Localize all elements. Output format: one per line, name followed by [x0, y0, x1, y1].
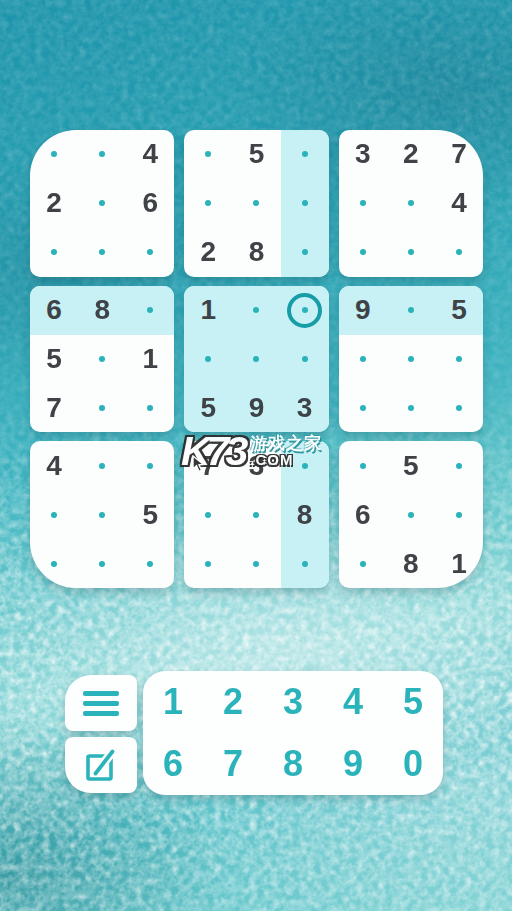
empty-dot — [205, 200, 211, 206]
numpad-key-9[interactable]: 9 — [323, 733, 383, 795]
empty-dot — [360, 200, 366, 206]
empty-dot — [302, 249, 308, 255]
cell-r8c3[interactable]: 5 — [126, 490, 174, 539]
empty-dot — [456, 405, 462, 411]
empty-dot — [408, 356, 414, 362]
given-number: 3 — [355, 140, 371, 168]
empty-dot — [253, 307, 259, 313]
cell-r5c3[interactable]: 1 — [126, 335, 174, 384]
cell-r4c2[interactable]: 8 — [78, 286, 126, 335]
menu-button[interactable] — [65, 675, 137, 731]
empty-dot — [147, 249, 153, 255]
cell-r6c7[interactable] — [339, 383, 387, 432]
box-r2c2: 1593 — [184, 286, 328, 433]
cell-r6c8[interactable] — [387, 383, 435, 432]
cell-r3c2[interactable] — [78, 228, 126, 277]
cell-r8c4[interactable] — [184, 490, 232, 539]
cell-r9c8[interactable]: 8 — [387, 539, 435, 588]
cell-r9c3[interactable] — [126, 539, 174, 588]
numpad-key-2[interactable]: 2 — [203, 671, 263, 733]
empty-dot — [408, 200, 414, 206]
empty-dot — [205, 512, 211, 518]
empty-dot — [302, 561, 308, 567]
given-number: 9 — [355, 296, 371, 324]
empty-dot — [302, 151, 308, 157]
cell-r1c8[interactable]: 2 — [387, 130, 435, 179]
given-number: 7 — [46, 394, 62, 422]
empty-dot — [205, 356, 211, 362]
empty-dot — [205, 151, 211, 157]
given-number: 6 — [142, 189, 158, 217]
empty-dot — [302, 200, 308, 206]
box-r2c3: 95 — [339, 286, 483, 433]
given-number: 6 — [355, 501, 371, 529]
empty-dot — [408, 249, 414, 255]
given-number: 5 — [451, 296, 467, 324]
given-number: 5 — [403, 452, 419, 480]
empty-dot — [99, 512, 105, 518]
cell-r9c9[interactable]: 1 — [435, 539, 483, 588]
numpad-key-1[interactable]: 1 — [143, 671, 203, 733]
empty-dot — [99, 561, 105, 567]
empty-dot — [302, 463, 308, 469]
cell-r1c3[interactable]: 4 — [126, 130, 174, 179]
given-number: 4 — [451, 189, 467, 217]
cell-r7c1[interactable]: 4 — [30, 441, 78, 490]
empty-dot — [51, 561, 57, 567]
numpad-key-8[interactable]: 8 — [263, 733, 323, 795]
cell-r9c6[interactable] — [281, 539, 329, 588]
empty-dot — [205, 561, 211, 567]
cell-r8c9[interactable] — [435, 490, 483, 539]
cell-r9c5[interactable] — [232, 539, 280, 588]
cell-r5c2[interactable] — [78, 335, 126, 384]
box-r3c2: 738 — [184, 441, 328, 588]
cell-r6c1[interactable]: 7 — [30, 383, 78, 432]
given-number: 3 — [249, 452, 265, 480]
given-number: 4 — [142, 140, 158, 168]
given-number: 5 — [249, 140, 265, 168]
empty-dot — [253, 356, 259, 362]
numpad-key-3[interactable]: 3 — [263, 671, 323, 733]
given-number: 8 — [94, 296, 110, 324]
box-r1c1: 426 — [30, 130, 174, 277]
cell-r1c4[interactable] — [184, 130, 232, 179]
given-number: 6 — [46, 296, 62, 324]
sudoku-board: 426528327468517159395457385681 — [30, 130, 483, 588]
given-number: 4 — [46, 452, 62, 480]
empty-dot — [456, 356, 462, 362]
cell-r2c8[interactable] — [387, 179, 435, 228]
cell-r4c1[interactable]: 6 — [30, 286, 78, 335]
cell-r9c2[interactable] — [78, 539, 126, 588]
cell-r1c5[interactable]: 5 — [232, 130, 280, 179]
given-number: 5 — [46, 345, 62, 373]
given-number: 1 — [201, 296, 217, 324]
empty-dot — [253, 512, 259, 518]
empty-dot — [408, 307, 414, 313]
cell-r8c6[interactable]: 8 — [281, 490, 329, 539]
cell-r6c3[interactable] — [126, 383, 174, 432]
cell-r7c3[interactable] — [126, 441, 174, 490]
cell-r4c7[interactable]: 9 — [339, 286, 387, 335]
hamburger-icon — [83, 691, 119, 716]
empty-dot — [51, 151, 57, 157]
empty-dot — [408, 512, 414, 518]
empty-dot — [147, 561, 153, 567]
empty-dot — [302, 307, 308, 313]
cell-r2c9[interactable]: 4 — [435, 179, 483, 228]
empty-dot — [99, 356, 105, 362]
cell-r8c8[interactable] — [387, 490, 435, 539]
empty-dot — [360, 561, 366, 567]
cell-r9c7[interactable] — [339, 539, 387, 588]
empty-dot — [253, 200, 259, 206]
cell-r3c6[interactable] — [281, 228, 329, 277]
cell-r7c2[interactable] — [78, 441, 126, 490]
cell-r6c5[interactable]: 9 — [232, 383, 280, 432]
empty-dot — [51, 249, 57, 255]
cell-r6c9[interactable] — [435, 383, 483, 432]
cell-r6c2[interactable] — [78, 383, 126, 432]
cell-r4c3[interactable] — [126, 286, 174, 335]
cell-r4c4[interactable]: 1 — [184, 286, 232, 335]
cell-r1c7[interactable]: 3 — [339, 130, 387, 179]
cell-r2c6[interactable] — [281, 179, 329, 228]
cell-r2c3[interactable]: 6 — [126, 179, 174, 228]
given-number: 1 — [142, 345, 158, 373]
cell-r6c6[interactable]: 3 — [281, 383, 329, 432]
cell-r2c7[interactable] — [339, 179, 387, 228]
cell-r7c8[interactable]: 5 — [387, 441, 435, 490]
cell-r8c2[interactable] — [78, 490, 126, 539]
cell-r4c6[interactable] — [281, 286, 329, 335]
numpad-key-0[interactable]: 0 — [383, 733, 443, 795]
cell-r1c1[interactable] — [30, 130, 78, 179]
cell-r9c1[interactable] — [30, 539, 78, 588]
cell-r5c9[interactable] — [435, 335, 483, 384]
cell-r7c5[interactable]: 3 — [232, 441, 280, 490]
numpad: 1234567890 — [143, 671, 443, 795]
empty-dot — [408, 405, 414, 411]
cell-r2c1[interactable]: 2 — [30, 179, 78, 228]
empty-dot — [99, 200, 105, 206]
empty-dot — [99, 463, 105, 469]
empty-dot — [99, 405, 105, 411]
given-number: 2 — [403, 140, 419, 168]
notes-button[interactable] — [65, 737, 137, 793]
cell-r5c6[interactable] — [281, 335, 329, 384]
empty-dot — [360, 249, 366, 255]
cell-r1c9[interactable]: 7 — [435, 130, 483, 179]
cell-r9c4[interactable] — [184, 539, 232, 588]
cell-r4c8[interactable] — [387, 286, 435, 335]
box-r1c2: 528 — [184, 130, 328, 277]
given-number: 7 — [201, 452, 217, 480]
cell-r3c8[interactable] — [387, 228, 435, 277]
given-number: 8 — [249, 238, 265, 266]
empty-dot — [253, 561, 259, 567]
cell-r1c6[interactable] — [281, 130, 329, 179]
given-number: 1 — [451, 550, 467, 578]
box-r2c1: 68517 — [30, 286, 174, 433]
app-screen: 426528327468517159395457385681 K73 游戏之家 … — [0, 0, 512, 911]
given-number: 2 — [46, 189, 62, 217]
cell-r3c3[interactable] — [126, 228, 174, 277]
cell-r5c5[interactable] — [232, 335, 280, 384]
cell-r3c4[interactable]: 2 — [184, 228, 232, 277]
empty-dot — [147, 405, 153, 411]
given-number: 7 — [451, 140, 467, 168]
cell-r2c2[interactable] — [78, 179, 126, 228]
cell-r8c1[interactable] — [30, 490, 78, 539]
numpad-key-4[interactable]: 4 — [323, 671, 383, 733]
numpad-key-6[interactable]: 6 — [143, 733, 203, 795]
cell-r5c8[interactable] — [387, 335, 435, 384]
cell-r3c7[interactable] — [339, 228, 387, 277]
box-r3c1: 45 — [30, 441, 174, 588]
given-number: 8 — [297, 501, 313, 529]
empty-dot — [456, 463, 462, 469]
given-number: 3 — [297, 394, 313, 422]
empty-dot — [99, 151, 105, 157]
empty-dot — [360, 356, 366, 362]
cell-r8c7[interactable]: 6 — [339, 490, 387, 539]
cell-r5c1[interactable]: 5 — [30, 335, 78, 384]
empty-dot — [302, 356, 308, 362]
numpad-key-7[interactable]: 7 — [203, 733, 263, 795]
empty-dot — [360, 405, 366, 411]
cell-r7c6[interactable] — [281, 441, 329, 490]
empty-dot — [99, 249, 105, 255]
cell-r2c5[interactable] — [232, 179, 280, 228]
given-number: 2 — [201, 238, 217, 266]
empty-dot — [51, 512, 57, 518]
cell-r7c9[interactable] — [435, 441, 483, 490]
given-number: 9 — [249, 394, 265, 422]
cell-r7c7[interactable] — [339, 441, 387, 490]
box-r3c3: 5681 — [339, 441, 483, 588]
cell-r4c9[interactable]: 5 — [435, 286, 483, 335]
cell-r8c5[interactable] — [232, 490, 280, 539]
cell-r1c2[interactable] — [78, 130, 126, 179]
box-r1c3: 3274 — [339, 130, 483, 277]
empty-dot — [360, 463, 366, 469]
cell-r6c4[interactable]: 5 — [184, 383, 232, 432]
cell-r3c5[interactable]: 8 — [232, 228, 280, 277]
cell-r3c9[interactable] — [435, 228, 483, 277]
given-number: 5 — [142, 501, 158, 529]
cell-r3c1[interactable] — [30, 228, 78, 277]
cell-r5c4[interactable] — [184, 335, 232, 384]
empty-dot — [456, 512, 462, 518]
given-number: 5 — [201, 394, 217, 422]
empty-dot — [456, 249, 462, 255]
given-number: 8 — [403, 550, 419, 578]
cell-r4c5[interactable] — [232, 286, 280, 335]
empty-dot — [147, 463, 153, 469]
pencil-edit-icon — [83, 747, 119, 783]
cell-r5c7[interactable] — [339, 335, 387, 384]
cell-r2c4[interactable] — [184, 179, 232, 228]
cell-r7c4[interactable]: 7 — [184, 441, 232, 490]
numpad-key-5[interactable]: 5 — [383, 671, 443, 733]
empty-dot — [147, 307, 153, 313]
